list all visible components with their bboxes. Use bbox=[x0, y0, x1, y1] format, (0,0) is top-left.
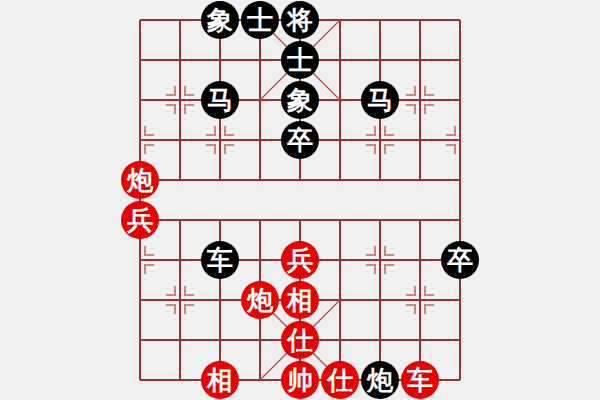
piece-red-chariot[interactable]: 车 bbox=[401, 361, 439, 399]
piece-black-advisor[interactable]: 士 bbox=[281, 41, 319, 79]
piece-black-horse[interactable]: 马 bbox=[201, 81, 239, 119]
piece-red-advisor[interactable]: 仕 bbox=[321, 361, 359, 399]
piece-black-horse[interactable]: 马 bbox=[361, 81, 399, 119]
piece-black-advisor[interactable]: 士 bbox=[241, 1, 279, 39]
piece-red-general[interactable]: 帅 bbox=[281, 361, 319, 399]
piece-red-soldier[interactable]: 兵 bbox=[121, 201, 159, 239]
piece-red-cannon[interactable]: 炮 bbox=[121, 161, 159, 199]
piece-black-cannon[interactable]: 炮 bbox=[361, 361, 399, 399]
piece-red-elephant[interactable]: 相 bbox=[281, 281, 319, 319]
piece-red-cannon[interactable]: 炮 bbox=[241, 281, 279, 319]
piece-black-soldier[interactable]: 卒 bbox=[281, 121, 319, 159]
piece-red-advisor[interactable]: 仕 bbox=[281, 321, 319, 359]
piece-black-general[interactable]: 将 bbox=[281, 1, 319, 39]
piece-red-elephant[interactable]: 相 bbox=[201, 361, 239, 399]
piece-black-soldier[interactable]: 卒 bbox=[441, 241, 479, 279]
piece-red-soldier[interactable]: 兵 bbox=[281, 241, 319, 279]
piece-black-elephant[interactable]: 象 bbox=[281, 81, 319, 119]
xiangqi-board[interactable]: 象士将士马象马卒炮兵车兵卒炮相仕相帅仕炮车 bbox=[120, 0, 480, 400]
xiangqi-board-screen: 象士将士马象马卒炮兵车兵卒炮相仕相帅仕炮车 bbox=[0, 0, 600, 400]
piece-black-chariot[interactable]: 车 bbox=[201, 241, 239, 279]
piece-black-elephant[interactable]: 象 bbox=[201, 1, 239, 39]
